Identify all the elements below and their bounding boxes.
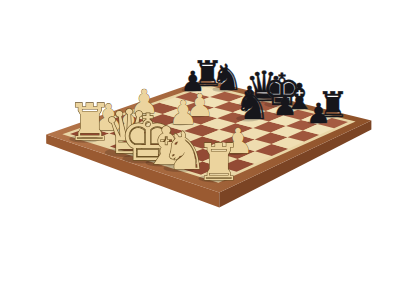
piece-black-pawn-f7: ♟ xyxy=(272,89,297,122)
piece-black-pawn-h7: ♟ xyxy=(306,97,331,130)
chess-set-photo: ♜♞♟♛♚♟♝♟♟♟♜♞♟♟♟♟♜♟♛♚♝♞♜ xyxy=(0,0,400,300)
chess-board: ♜♞♟♛♚♟♝♟♟♟♜♞♟♟♟♟♜♟♛♚♝♞♜ xyxy=(0,0,400,300)
pieces: ♜♞♟♛♚♟♝♟♟♟♜♞♟♟♟♟♜♟♛♚♝♞♜ xyxy=(67,53,349,192)
piece-white-rook-h1: ♜ xyxy=(196,133,242,192)
